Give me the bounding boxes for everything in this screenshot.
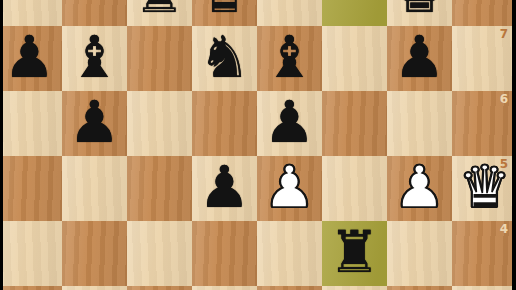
square-a8[interactable] [0, 0, 62, 26]
chessboard-frame: ♜♛♚♟♝♞♝♟♟♟♟♟♟♛♜ 7654 [0, 0, 516, 290]
black-pawn-a7[interactable]: ♟ [0, 26, 62, 91]
square-b8[interactable] [62, 0, 127, 26]
square-f5[interactable] [322, 156, 387, 221]
rank-label-7: 7 [500, 28, 508, 40]
square-d3[interactable] [192, 286, 257, 290]
square-g4[interactable] [387, 221, 452, 286]
chess-board: ♜♛♚♟♝♞♝♟♟♟♟♟♟♛♜ [0, 0, 516, 290]
black-pawn-d5[interactable]: ♟ [192, 156, 257, 221]
square-c3[interactable] [127, 286, 192, 290]
letterbox-bar-left [0, 0, 3, 290]
square-f8[interactable] [322, 0, 387, 26]
square-g5[interactable]: ♟ [387, 156, 452, 221]
letterbox-bar-right [512, 0, 516, 290]
rank-label-5: 5 [500, 158, 508, 170]
square-c7[interactable] [127, 26, 192, 91]
square-b7[interactable]: ♝ [62, 26, 127, 91]
square-a7[interactable]: ♟ [0, 26, 62, 91]
square-d4[interactable] [192, 221, 257, 286]
square-e7[interactable]: ♝ [257, 26, 322, 91]
square-g8[interactable]: ♚ [387, 0, 452, 26]
square-d7[interactable]: ♞ [192, 26, 257, 91]
square-d8[interactable]: ♛ [192, 0, 257, 26]
square-g6[interactable] [387, 91, 452, 156]
black-pawn-g7[interactable]: ♟ [387, 26, 452, 91]
square-a5[interactable] [0, 156, 62, 221]
black-pawn-b6[interactable]: ♟ [62, 91, 127, 156]
rank-label-6: 6 [500, 93, 508, 105]
square-b3[interactable] [62, 286, 127, 290]
square-e5[interactable]: ♟ [257, 156, 322, 221]
square-h8[interactable] [452, 0, 516, 26]
square-c6[interactable] [127, 91, 192, 156]
square-d6[interactable] [192, 91, 257, 156]
square-g3[interactable] [387, 286, 452, 290]
square-h3[interactable] [452, 286, 516, 290]
black-king-g8[interactable]: ♚ [387, 0, 452, 26]
black-bishop-e7[interactable]: ♝ [257, 26, 322, 91]
square-c8[interactable]: ♜ [127, 0, 192, 26]
square-e3[interactable] [257, 286, 322, 290]
square-a3[interactable] [0, 286, 62, 290]
black-rook-c8[interactable]: ♜ [127, 0, 192, 26]
square-b4[interactable] [62, 221, 127, 286]
square-f3[interactable] [322, 286, 387, 290]
square-f6[interactable] [322, 91, 387, 156]
black-knight-d7[interactable]: ♞ [192, 26, 257, 91]
square-g7[interactable]: ♟ [387, 26, 452, 91]
square-d5[interactable]: ♟ [192, 156, 257, 221]
square-a6[interactable] [0, 91, 62, 156]
square-c5[interactable] [127, 156, 192, 221]
black-pawn-e6[interactable]: ♟ [257, 91, 322, 156]
square-f4[interactable]: ♜ [322, 221, 387, 286]
black-rook-f4[interactable]: ♜ [322, 221, 387, 286]
black-queen-d8[interactable]: ♛ [192, 0, 257, 26]
rank-label-4: 4 [500, 223, 508, 235]
square-a4[interactable] [0, 221, 62, 286]
square-e6[interactable]: ♟ [257, 91, 322, 156]
square-e4[interactable] [257, 221, 322, 286]
square-f7[interactable] [322, 26, 387, 91]
white-pawn-g5[interactable]: ♟ [387, 156, 452, 221]
black-bishop-b7[interactable]: ♝ [62, 26, 127, 91]
square-b6[interactable]: ♟ [62, 91, 127, 156]
square-c4[interactable] [127, 221, 192, 286]
square-b5[interactable] [62, 156, 127, 221]
square-e8[interactable] [257, 0, 322, 26]
white-pawn-e5[interactable]: ♟ [257, 156, 322, 221]
